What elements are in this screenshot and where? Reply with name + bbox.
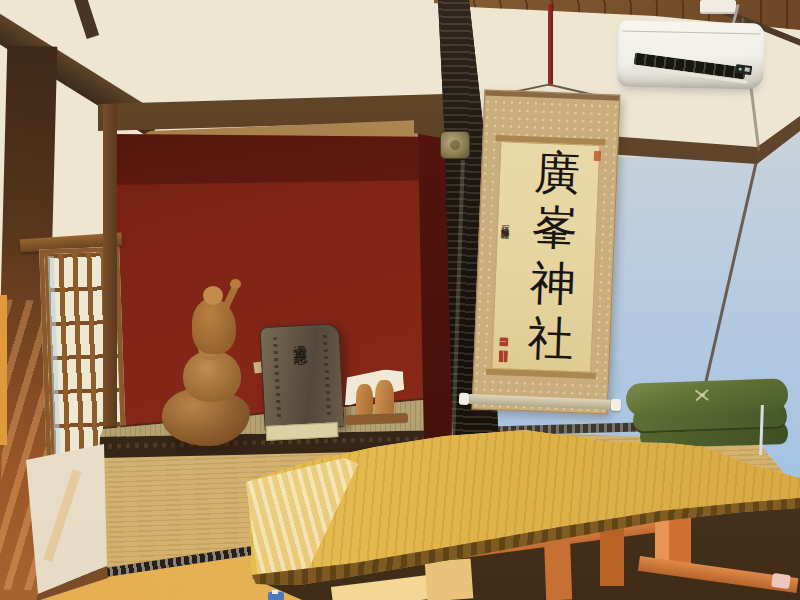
left-vertical-stub-beam — [74, 0, 99, 39]
ac-indicator-light — [739, 67, 742, 70]
nail-cover-ornament — [440, 131, 470, 159]
memorial-plaque: 遷宮記念 — [259, 323, 344, 431]
ac-indicator-display — [744, 67, 749, 72]
blue-object-chip — [272, 590, 278, 594]
zabuton-cushion-top — [625, 378, 788, 416]
table-leg-light-piece-2 — [425, 558, 474, 600]
plaque-side-script-right — [323, 331, 331, 415]
figurine-right — [375, 380, 394, 417]
table-leg-center-post — [544, 532, 572, 600]
scroll-calligraphy: 廣 峯 神 社 — [523, 148, 585, 362]
calligraphy-char-4: 社 — [527, 314, 575, 362]
plaque-text: 遷宮記念 — [291, 334, 314, 425]
room-photo: 遷宮記念 廣 峯 神 社 従三位勲一等謹書 — [0, 0, 800, 600]
plaque-side-script-left — [273, 337, 281, 417]
scroll-hanging-cord — [548, 4, 553, 86]
figurine-left — [356, 384, 373, 417]
scroll-seal-2 — [499, 350, 508, 362]
calligraphy-char-1: 廣 — [533, 148, 581, 196]
wood-carving-statue-top-head — [203, 286, 223, 305]
table-leg-post-2 — [600, 526, 624, 586]
scroll-roller-knob-left — [459, 393, 469, 405]
ac-wall-box — [700, 0, 736, 14]
table-foot-pad — [771, 573, 791, 589]
calligraphy-char-2: 峯 — [531, 204, 579, 252]
air-conditioner — [617, 20, 764, 89]
statue-mallet — [230, 279, 241, 289]
scroll-roller — [466, 394, 614, 410]
hanging-scroll: 廣 峯 神 社 従三位勲一等謹書 — [472, 89, 621, 414]
ornament-center — [450, 140, 460, 150]
scroll-top-bar — [485, 90, 619, 100]
calligraphy-char-3: 神 — [529, 259, 577, 307]
scroll-seal-1 — [499, 337, 508, 346]
scroll-roller-knob-right — [611, 399, 621, 411]
ac-top-seam — [622, 31, 760, 35]
doorway-orange-sliver — [0, 295, 7, 445]
window-right-post — [103, 104, 117, 460]
scroll-seal-top-right — [594, 151, 601, 161]
ac-indicator-panel — [735, 64, 752, 75]
